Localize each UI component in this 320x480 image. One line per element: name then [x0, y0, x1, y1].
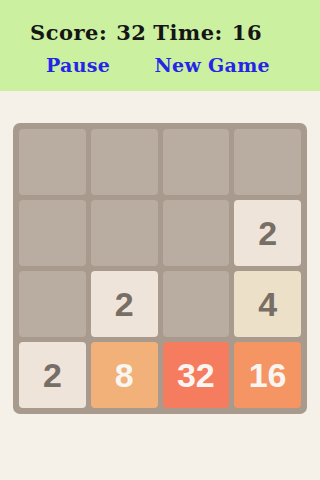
empty-cell — [91, 129, 158, 195]
empty-cell — [19, 271, 86, 337]
game-board[interactable]: 224283216 — [13, 123, 307, 414]
empty-cell — [234, 129, 301, 195]
new-game-button[interactable]: New Game — [154, 54, 270, 76]
score-label: Score: — [30, 20, 107, 45]
time-value: 16 — [232, 20, 262, 45]
empty-cell — [163, 129, 230, 195]
time-display: Time: 16 — [153, 20, 262, 45]
tile-2: 2 — [234, 200, 301, 266]
time-label: Time: — [153, 20, 222, 45]
header: Score: 32 Time: 16 Pause New Game — [0, 0, 320, 91]
app-window: Score: 32 Time: 16 Pause New Game 224283… — [0, 0, 320, 480]
pause-button[interactable]: Pause — [46, 54, 110, 76]
empty-cell — [163, 271, 230, 337]
empty-cell — [19, 200, 86, 266]
tile-8: 8 — [91, 342, 158, 408]
score-display: Score: 32 — [30, 20, 146, 45]
score-value: 32 — [116, 20, 146, 45]
empty-cell — [163, 200, 230, 266]
tile-16: 16 — [234, 342, 301, 408]
tile-2: 2 — [91, 271, 158, 337]
empty-cell — [19, 129, 86, 195]
buttons-row: Pause New Game — [0, 45, 320, 76]
tile-2: 2 — [19, 342, 86, 408]
tile-4: 4 — [234, 271, 301, 337]
empty-cell — [91, 200, 158, 266]
tile-32: 32 — [163, 342, 230, 408]
stats-row: Score: 32 Time: 16 — [0, 0, 320, 45]
